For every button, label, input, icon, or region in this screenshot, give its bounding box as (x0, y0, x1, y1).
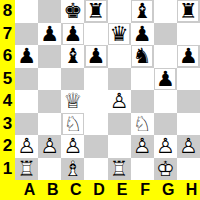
square-f2[interactable]: ♟♙ (131, 135, 154, 158)
square-d1[interactable] (84, 158, 107, 181)
file-label-d: D (87, 180, 110, 200)
square-f3[interactable]: ♞♘ (131, 113, 154, 136)
square-a5[interactable] (15, 68, 38, 91)
black-bishop-glyph: ♝ (131, 0, 154, 23)
piece-white-king[interactable]: ♚♔ (154, 158, 177, 181)
rank-label-8: 8 (0, 0, 15, 23)
white-pawn-glyph: ♙ (38, 135, 61, 158)
piece-black-pawn[interactable]: ♟ (61, 23, 84, 46)
square-g8[interactable] (154, 0, 177, 23)
black-bishop-glyph: ♝ (61, 45, 84, 68)
file-label-c: C (64, 180, 87, 200)
square-e2[interactable] (108, 135, 131, 158)
file-label-b: B (41, 180, 64, 200)
black-queen-glyph: ♛ (108, 23, 131, 46)
square-f7[interactable]: ♟ (131, 23, 154, 46)
chess-board: ♚♜♝♜♟♟♛♟♟♝♟♞♟♟♛♕♟♙♞♘♞♘♟♙♟♙♟♙♟♙♟♙♟♙♜♖♝♗♜♖… (15, 0, 200, 180)
piece-black-bishop[interactable]: ♝ (131, 0, 154, 23)
black-pawn-glyph: ♟ (15, 45, 38, 68)
piece-white-queen[interactable]: ♛♕ (61, 90, 84, 113)
rank-labels-strip: 87654321 (0, 0, 15, 180)
piece-white-knight[interactable]: ♞♘ (61, 113, 84, 136)
square-d8[interactable]: ♜ (84, 0, 107, 23)
piece-white-rook[interactable]: ♜♖ (108, 158, 131, 181)
file-labels-strip: ABCDEFGH (0, 180, 200, 200)
black-pawn-glyph: ♟ (61, 23, 84, 46)
square-b3[interactable] (38, 113, 61, 136)
square-c4[interactable]: ♛♕ (61, 90, 84, 113)
piece-white-pawn[interactable]: ♟♙ (108, 90, 131, 113)
file-label-h: H (180, 180, 200, 200)
rank-label-3: 3 (0, 113, 15, 136)
white-bishop-glyph: ♗ (61, 158, 84, 181)
file-label-e: E (111, 180, 134, 200)
square-b1[interactable] (38, 158, 61, 181)
black-king-glyph: ♚ (61, 0, 84, 23)
square-a7[interactable] (15, 23, 38, 46)
file-label-a: A (18, 180, 41, 200)
white-pawn-glyph: ♙ (108, 90, 131, 113)
square-f1[interactable] (131, 158, 154, 181)
square-g1[interactable]: ♚♔ (154, 158, 177, 181)
square-h5[interactable] (177, 68, 200, 91)
square-h3[interactable] (177, 113, 200, 136)
square-a1[interactable]: ♜♖ (15, 158, 38, 181)
piece-black-rook[interactable]: ♜ (84, 0, 107, 23)
square-h4[interactable] (177, 90, 200, 113)
white-pawn-glyph: ♙ (61, 135, 84, 158)
piece-black-king[interactable]: ♚ (61, 0, 84, 23)
square-e4[interactable]: ♟♙ (108, 90, 131, 113)
square-d5[interactable] (84, 68, 107, 91)
square-c6[interactable]: ♝ (61, 45, 84, 68)
square-g7[interactable] (154, 23, 177, 46)
piece-white-knight[interactable]: ♞♘ (131, 113, 154, 136)
square-d3[interactable] (84, 113, 107, 136)
chess-board-app: 87654321 ♚♜♝♜♟♟♛♟♟♝♟♞♟♟♛♕♟♙♞♘♞♘♟♙♟♙♟♙♟♙♟… (0, 0, 200, 200)
square-d4[interactable] (84, 90, 107, 113)
square-c3[interactable]: ♞♘ (61, 113, 84, 136)
file-label-f: F (134, 180, 157, 200)
rank-label-5: 5 (0, 68, 15, 91)
piece-black-queen[interactable]: ♛ (108, 23, 131, 46)
white-pawn-glyph: ♙ (177, 135, 200, 158)
white-pawn-glyph: ♙ (15, 135, 38, 158)
square-h6[interactable]: ♟ (177, 45, 200, 68)
square-e3[interactable] (108, 113, 131, 136)
piece-white-pawn[interactable]: ♟♙ (38, 135, 61, 158)
piece-black-pawn[interactable]: ♟ (131, 23, 154, 46)
square-b2[interactable]: ♟♙ (38, 135, 61, 158)
piece-white-rook[interactable]: ♜♖ (15, 158, 38, 181)
square-h8[interactable]: ♜ (177, 0, 200, 23)
rank-label-1: 1 (0, 158, 15, 181)
piece-white-pawn[interactable]: ♟♙ (61, 135, 84, 158)
square-b6[interactable] (38, 45, 61, 68)
rank-label-4: 4 (0, 90, 15, 113)
piece-black-pawn[interactable]: ♟ (15, 45, 38, 68)
square-g3[interactable] (154, 113, 177, 136)
square-e5[interactable] (108, 68, 131, 91)
square-g4[interactable] (154, 90, 177, 113)
piece-black-pawn[interactable]: ♟ (154, 68, 177, 91)
square-f8[interactable]: ♝ (131, 0, 154, 23)
file-labels: ABCDEFGH (15, 180, 200, 200)
square-f5[interactable] (131, 68, 154, 91)
piece-black-rook[interactable]: ♜ (177, 0, 200, 23)
square-f4[interactable] (131, 90, 154, 113)
square-c2[interactable]: ♟♙ (61, 135, 84, 158)
square-e7[interactable]: ♛ (108, 23, 131, 46)
square-c8[interactable]: ♚ (61, 0, 84, 23)
black-pawn-glyph: ♟ (38, 23, 61, 46)
square-g5[interactable]: ♟ (154, 68, 177, 91)
white-queen-glyph: ♕ (61, 90, 84, 113)
piece-black-knight[interactable]: ♞ (131, 45, 154, 68)
square-e1[interactable]: ♜♖ (108, 158, 131, 181)
square-b8[interactable] (38, 0, 61, 23)
square-h1[interactable] (177, 158, 200, 181)
rank-label-7: 7 (0, 23, 15, 46)
white-pawn-glyph: ♙ (154, 135, 177, 158)
white-rook-glyph: ♖ (108, 158, 131, 181)
black-rook-glyph: ♜ (84, 0, 107, 23)
black-pawn-glyph: ♟ (177, 45, 200, 68)
rank-label-6: 6 (0, 45, 15, 68)
square-a6[interactable]: ♟ (15, 45, 38, 68)
square-a3[interactable] (15, 113, 38, 136)
piece-black-bishop[interactable]: ♝ (61, 45, 84, 68)
square-d2[interactable] (84, 135, 107, 158)
square-c7[interactable]: ♟ (61, 23, 84, 46)
piece-black-pawn[interactable]: ♟ (84, 45, 107, 68)
square-b4[interactable] (38, 90, 61, 113)
black-pawn-glyph: ♟ (131, 23, 154, 46)
piece-white-pawn[interactable]: ♟♙ (154, 135, 177, 158)
square-g6[interactable] (154, 45, 177, 68)
square-c5[interactable] (61, 68, 84, 91)
piece-white-pawn[interactable]: ♟♙ (177, 135, 200, 158)
file-label-g: G (157, 180, 180, 200)
black-pawn-glyph: ♟ (154, 68, 177, 91)
piece-white-bishop[interactable]: ♝♗ (61, 158, 84, 181)
white-pawn-glyph: ♙ (131, 135, 154, 158)
piece-black-pawn[interactable]: ♟ (38, 23, 61, 46)
white-knight-glyph: ♘ (131, 113, 154, 136)
square-g2[interactable]: ♟♙ (154, 135, 177, 158)
piece-white-pawn[interactable]: ♟♙ (131, 135, 154, 158)
piece-black-pawn[interactable]: ♟ (177, 45, 200, 68)
square-e8[interactable] (108, 0, 131, 23)
square-a2[interactable]: ♟♙ (15, 135, 38, 158)
square-f6[interactable]: ♞ (131, 45, 154, 68)
square-b5[interactable] (38, 68, 61, 91)
black-knight-glyph: ♞ (131, 45, 154, 68)
square-h7[interactable] (177, 23, 200, 46)
piece-white-pawn[interactable]: ♟♙ (15, 135, 38, 158)
square-a4[interactable] (15, 90, 38, 113)
square-a8[interactable] (15, 0, 38, 23)
rank-label-2: 2 (0, 135, 15, 158)
black-rook-glyph: ♜ (177, 0, 200, 23)
square-d7[interactable] (84, 23, 107, 46)
white-king-glyph: ♔ (154, 158, 177, 181)
white-knight-glyph: ♘ (61, 113, 84, 136)
white-rook-glyph: ♖ (15, 158, 38, 181)
square-e6[interactable] (108, 45, 131, 68)
square-c1[interactable]: ♝♗ (61, 158, 84, 181)
black-pawn-glyph: ♟ (84, 45, 107, 68)
square-h2[interactable]: ♟♙ (177, 135, 200, 158)
square-d6[interactable]: ♟ (84, 45, 107, 68)
square-b7[interactable]: ♟ (38, 23, 61, 46)
